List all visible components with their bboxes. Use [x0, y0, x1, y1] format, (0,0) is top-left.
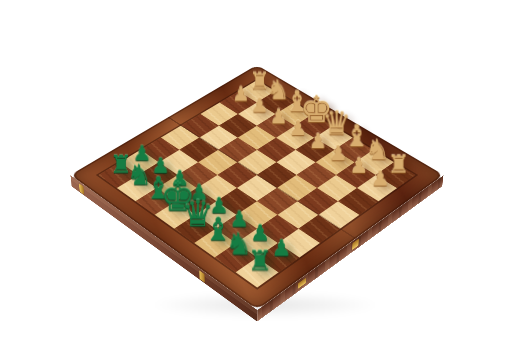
chess-board: ♜♟♟♜♞♟♟♞♝♟♟♝♚♟♟♚♛♟♟♛♝♟♟♝♞♟♟♞♜♟♟♜ — [70, 65, 443, 310]
brass-clasp — [352, 239, 359, 250]
chessboard-scene: ♜♟♟♜♞♟♟♞♝♟♟♝♚♟♟♚♛♟♟♛♝♟♟♝♞♟♟♞♜♟♟♜ — [0, 0, 510, 340]
board-grid: ♜♟♟♜♞♟♟♞♝♟♟♝♚♟♟♚♛♟♟♛♝♟♟♝♞♟♟♞♜♟♟♜ — [99, 80, 416, 287]
square-a8[interactable]: ♜ — [236, 257, 279, 287]
white-pawn[interactable]: ♟ — [344, 169, 417, 190]
green-rook[interactable]: ♜ — [221, 247, 299, 274]
brass-hinge — [298, 278, 306, 289]
brass-hinge — [79, 183, 84, 195]
brass-hinge — [200, 271, 205, 283]
